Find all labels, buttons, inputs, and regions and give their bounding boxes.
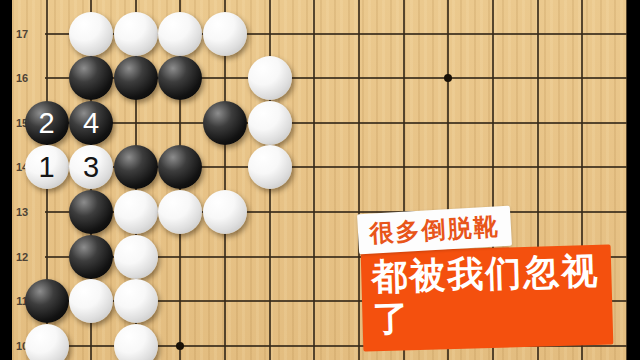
right-black-bar: [627, 0, 640, 360]
stone-black-c3-r16: [114, 56, 158, 100]
row-label: 13: [10, 206, 34, 218]
stone-white-c1-r14: 1: [25, 145, 69, 189]
stone-white-c6-r15: [248, 101, 292, 145]
stone-black-c2-r16: [69, 56, 113, 100]
left-black-bar: [0, 0, 12, 360]
stone-black-c1-r15: 2: [25, 101, 69, 145]
stone-white-c3-r12: [114, 235, 158, 279]
subtitle-banner-small: 很多倒脱靴: [357, 206, 512, 254]
stone-white-c3-r11: [114, 279, 158, 323]
stone-white-c6-r14: [248, 145, 292, 189]
stone-black-c3-r14: [114, 145, 158, 189]
subtitle-large-text: 都被我们忽视了: [371, 250, 600, 339]
row-label: 17: [10, 28, 34, 40]
grid-vline: [313, 0, 315, 360]
stone-black-c2-r13: [69, 190, 113, 234]
row-label: 12: [10, 251, 34, 263]
stone-black-c1-r11: [25, 279, 69, 323]
stone-white-c3-r10: [114, 324, 158, 360]
stone-white-c2-r17: [69, 12, 113, 56]
grid-vline: [358, 0, 360, 360]
move-number-label: 4: [83, 101, 99, 145]
stone-white-c6-r16: [248, 56, 292, 100]
subtitle-banner-large: 都被我们忽视了: [361, 245, 614, 352]
video-frame[interactable]: 17161514131211102413 很多倒脱靴 都被我们忽视了: [0, 0, 640, 360]
stone-white-c1-r10: [25, 324, 69, 360]
stone-black-c5-r15: [203, 101, 247, 145]
stone-black-c2-r12: [69, 235, 113, 279]
grid-hline: [45, 122, 628, 124]
stone-white-c3-r13: [114, 190, 158, 234]
stone-white-c3-r17: [114, 12, 158, 56]
stone-black-c2-r15: 4: [69, 101, 113, 145]
subtitle-small-text: 很多倒脱靴: [369, 210, 501, 249]
stone-white-c4-r17: [158, 12, 202, 56]
stone-white-c5-r17: [203, 12, 247, 56]
row-label: 16: [10, 72, 34, 84]
stone-white-c5-r13: [203, 190, 247, 234]
move-number-label: 2: [38, 101, 54, 145]
move-number-label: 1: [38, 145, 54, 189]
move-number-label: 3: [83, 145, 99, 189]
